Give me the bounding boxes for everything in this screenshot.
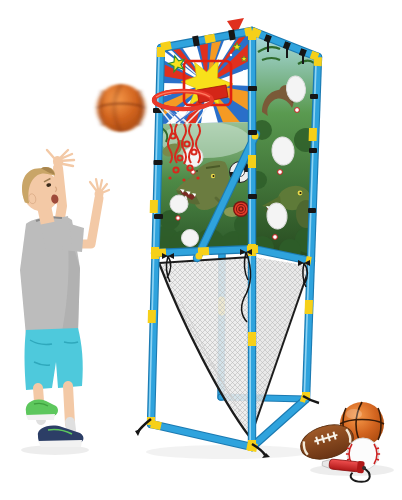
boy bbox=[18, 150, 109, 447]
catch-net bbox=[159, 257, 310, 436]
play-stand bbox=[135, 18, 321, 458]
product-photo[interactable]: Boy throwing an orange basketball toward… bbox=[0, 0, 402, 500]
boy-near-hand bbox=[47, 150, 74, 169]
boy-back-shoe bbox=[26, 400, 58, 420]
boy-far-hand bbox=[90, 179, 109, 199]
flying-basketball bbox=[97, 84, 145, 132]
boy-shorts bbox=[25, 328, 83, 390]
boy-front-shoe bbox=[38, 426, 84, 447]
bullseye-target bbox=[233, 201, 249, 217]
